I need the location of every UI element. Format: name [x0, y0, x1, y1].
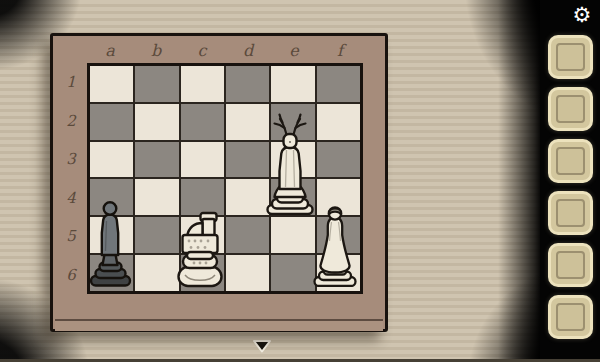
inventory-slot-core	[556, 251, 585, 279]
file-label: c	[179, 41, 225, 61]
inventory-slot-core	[556, 303, 585, 331]
file-label: d	[225, 41, 271, 61]
inventory-slot-rim	[551, 38, 590, 76]
piece-white-queen[interactable]	[311, 205, 359, 287]
square-b5[interactable]	[135, 217, 178, 253]
file-label: f	[317, 41, 363, 61]
rank-label: 4	[60, 179, 82, 218]
square-c2[interactable]	[181, 104, 224, 140]
square-c3[interactable]	[181, 142, 224, 178]
inventory-slot[interactable]	[548, 87, 593, 131]
inventory-slot[interactable]	[548, 191, 593, 235]
settings-gear-icon[interactable]: ⚙	[570, 0, 594, 30]
inventory-slot-rim	[551, 246, 590, 284]
square-d6[interactable]	[226, 255, 269, 291]
file-labels: abcdef	[87, 41, 363, 61]
file-label: a	[87, 41, 133, 61]
rank-label: 5	[60, 217, 82, 256]
square-f3[interactable]	[317, 142, 360, 178]
square-b2[interactable]	[135, 104, 178, 140]
inventory-slot-core	[556, 43, 585, 71]
square-e1[interactable]	[271, 66, 314, 102]
board-frame-ledge	[55, 319, 383, 331]
game-scene: abcdef 123456	[0, 0, 600, 362]
inventory-slot-core	[556, 199, 585, 227]
file-label: b	[133, 41, 179, 61]
file-label: e	[271, 41, 317, 61]
square-d5[interactable]	[226, 217, 269, 253]
inventory-slot-rim	[551, 298, 590, 336]
rank-label: 1	[60, 63, 82, 102]
piece-dark-man[interactable]	[86, 199, 134, 287]
square-a1[interactable]	[90, 66, 133, 102]
inventory-sidebar: ⚙	[540, 0, 600, 362]
piece-white-king[interactable]	[264, 111, 316, 215]
inventory-slot[interactable]	[548, 35, 593, 79]
square-f1[interactable]	[317, 66, 360, 102]
square-e5[interactable]	[271, 217, 314, 253]
square-c1[interactable]	[181, 66, 224, 102]
inventory-slot-rim	[551, 194, 590, 232]
inventory-slot-rim	[551, 142, 590, 180]
inventory-slot-core	[556, 95, 585, 123]
rank-labels: 123456	[60, 63, 82, 294]
square-b1[interactable]	[135, 66, 178, 102]
rank-label: 6	[60, 256, 82, 295]
rank-label: 3	[60, 140, 82, 179]
square-b4[interactable]	[135, 179, 178, 215]
piece-white-tower[interactable]	[175, 211, 225, 289]
inventory-slot-core	[556, 147, 585, 175]
square-d1[interactable]	[226, 66, 269, 102]
inventory-slot-rim	[551, 90, 590, 128]
square-a2[interactable]	[90, 104, 133, 140]
square-b3[interactable]	[135, 142, 178, 178]
inventory-slot[interactable]	[548, 295, 593, 339]
square-a3[interactable]	[90, 142, 133, 178]
inventory-slot[interactable]	[548, 139, 593, 183]
square-b6[interactable]	[135, 255, 178, 291]
square-f2[interactable]	[317, 104, 360, 140]
square-e6[interactable]	[271, 255, 314, 291]
inventory-slot[interactable]	[548, 243, 593, 287]
rank-label: 2	[60, 102, 82, 141]
square-c4[interactable]	[181, 179, 224, 215]
navigate-down-arrow[interactable]	[251, 338, 273, 354]
